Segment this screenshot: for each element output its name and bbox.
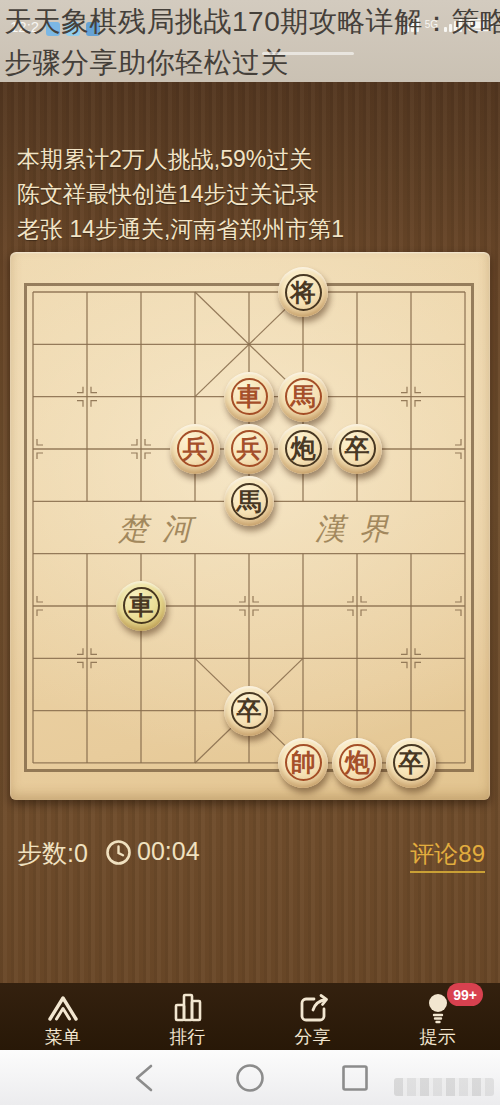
comments-link[interactable]: 评论89 xyxy=(410,838,485,873)
piece-glyph: 兵 xyxy=(177,430,214,467)
back-button[interactable] xyxy=(127,1060,163,1096)
recents-button[interactable] xyxy=(337,1060,373,1096)
piece-black-pawn-2[interactable]: 卒 xyxy=(224,686,274,736)
piece-red-pawn-2[interactable]: 兵 xyxy=(224,424,274,474)
piece-red-chariot[interactable]: 車 xyxy=(224,372,274,422)
piece-glyph: 車 xyxy=(123,587,160,624)
nav-share-button[interactable]: 分享 xyxy=(250,983,375,1050)
game-navbar: 菜单 排行 分享 提示 xyxy=(0,983,500,1050)
xiangqi-board[interactable]: 楚河漢界 将車馬兵兵炮卒馬車卒帥炮卒 xyxy=(10,252,490,800)
piece-red-pawn-1[interactable]: 兵 xyxy=(170,424,220,474)
piece-glyph: 卒 xyxy=(339,430,376,467)
nav-share-label: 分享 xyxy=(295,1025,331,1049)
piece-black-cannon[interactable]: 炮 xyxy=(278,424,328,474)
piece-black-chariot[interactable]: 車 xyxy=(116,581,166,631)
stats-line-record: 陈文祥最快创造14步过关记录 xyxy=(17,177,344,212)
piece-glyph: 車 xyxy=(231,378,268,415)
game-hud: 步数:0 00:04 评论89 xyxy=(0,830,500,876)
nav-ranking-button[interactable]: 排行 xyxy=(125,983,250,1050)
page-title-line2: 步骤分享助你轻松过关 xyxy=(4,44,498,82)
piece-glyph: 兵 xyxy=(231,430,268,467)
river-label: 楚河 xyxy=(118,512,206,545)
piece-red-cannon[interactable]: 炮 xyxy=(332,738,382,788)
home-button[interactable] xyxy=(232,1060,268,1096)
piece-red-general[interactable]: 帥 xyxy=(278,738,328,788)
hint-count-badge: 99+ xyxy=(447,983,483,1006)
app-screen: 12:2 5G 天天象棋残局挑战170期攻略详解：策略与 步骤分享助你 xyxy=(0,0,500,1105)
nav-hint-label: 提示 xyxy=(420,1025,456,1049)
piece-glyph: 炮 xyxy=(285,430,322,467)
piece-glyph: 馬 xyxy=(285,378,322,415)
clock-icon xyxy=(105,839,132,866)
river-label: 漢界 xyxy=(315,512,403,545)
stats-line-participants: 本期累计2万人挑战,59%过关 xyxy=(17,142,344,177)
piece-black-pawn-3[interactable]: 卒 xyxy=(386,738,436,788)
menu-icon xyxy=(43,990,83,1024)
piece-glyph: 帥 xyxy=(285,744,322,781)
stats-line-leader: 老张 14步通关,河南省郑州市第1 xyxy=(17,212,344,247)
android-nav-bar xyxy=(0,1050,500,1105)
piece-black-horse[interactable]: 馬 xyxy=(224,476,274,526)
piece-red-horse[interactable]: 馬 xyxy=(278,372,328,422)
title-banner: 12:2 5G 天天象棋残局挑战170期攻略详解：策略与 步骤分享助你 xyxy=(0,0,500,82)
divider-line xyxy=(262,52,354,55)
piece-glyph: 卒 xyxy=(231,692,268,729)
piece-black-pawn-1[interactable]: 卒 xyxy=(332,424,382,474)
piece-glyph: 将 xyxy=(285,274,322,311)
piece-glyph: 卒 xyxy=(393,744,430,781)
nav-menu-button[interactable]: 菜单 xyxy=(0,983,125,1050)
move-counter: 步数:0 xyxy=(17,837,88,870)
challenge-stats: 本期累计2万人挑战,59%过关 陈文祥最快创造14步过关记录 老张 14步通关,… xyxy=(17,142,344,247)
nav-menu-label: 菜单 xyxy=(45,1025,81,1049)
piece-glyph: 炮 xyxy=(339,744,376,781)
nav-ranking-label: 排行 xyxy=(170,1025,206,1049)
piece-black-general[interactable]: 将 xyxy=(278,267,328,317)
watermark xyxy=(394,1078,494,1096)
timer-value: 00:04 xyxy=(137,837,200,866)
nav-hint-button[interactable]: 提示 99+ xyxy=(375,983,500,1050)
share-icon xyxy=(293,990,333,1024)
page-title-line1: 天天象棋残局挑战170期攻略详解：策略与 xyxy=(4,3,498,41)
piece-glyph: 馬 xyxy=(231,483,268,520)
ranking-icon xyxy=(168,990,208,1024)
